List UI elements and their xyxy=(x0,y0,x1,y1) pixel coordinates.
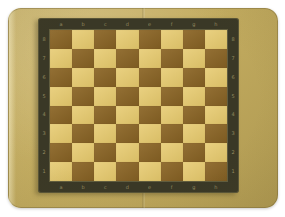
square-c6 xyxy=(94,68,116,87)
square-b7 xyxy=(72,49,94,68)
square-b5 xyxy=(72,87,94,106)
coordinate-label: g xyxy=(183,182,205,192)
coordinate-label: 8 xyxy=(39,30,49,49)
files-top: abcdefgh xyxy=(50,19,227,29)
square-c7 xyxy=(94,49,116,68)
square-d8 xyxy=(116,30,138,49)
coordinate-label: e xyxy=(139,19,161,29)
coordinate-label: 6 xyxy=(228,68,238,87)
coordinate-label: 3 xyxy=(39,124,49,143)
chess-board: abcdefgh abcdefgh 87654321 87654321 xyxy=(8,8,278,208)
coordinate-label: 7 xyxy=(39,49,49,68)
coordinate-label: 7 xyxy=(228,49,238,68)
square-b8 xyxy=(72,30,94,49)
square-g1 xyxy=(183,162,205,181)
square-b4 xyxy=(72,106,94,125)
square-h5 xyxy=(205,87,227,106)
coordinate-label: 1 xyxy=(39,162,49,181)
square-a7 xyxy=(50,49,72,68)
square-h4 xyxy=(205,106,227,125)
square-c3 xyxy=(94,124,116,143)
square-g2 xyxy=(183,143,205,162)
coordinate-label: h xyxy=(205,182,227,192)
square-c8 xyxy=(94,30,116,49)
board-edge-highlight xyxy=(9,10,16,206)
square-e7 xyxy=(139,49,161,68)
square-d5 xyxy=(116,87,138,106)
square-a1 xyxy=(50,162,72,181)
square-b1 xyxy=(72,162,94,181)
coordinate-label: g xyxy=(183,19,205,29)
coordinate-label: a xyxy=(50,19,72,29)
coordinate-label: 4 xyxy=(228,106,238,125)
ranks-right: 87654321 xyxy=(228,30,238,181)
square-g8 xyxy=(183,30,205,49)
square-f1 xyxy=(161,162,183,181)
square-f7 xyxy=(161,49,183,68)
square-d4 xyxy=(116,106,138,125)
product-photo: abcdefgh abcdefgh 87654321 87654321 xyxy=(0,0,285,217)
square-c5 xyxy=(94,87,116,106)
board-grid xyxy=(50,30,227,181)
coordinate-label: f xyxy=(161,182,183,192)
square-d6 xyxy=(116,68,138,87)
square-c2 xyxy=(94,143,116,162)
coordinate-label: 8 xyxy=(228,30,238,49)
square-d3 xyxy=(116,124,138,143)
coordinate-label: f xyxy=(161,19,183,29)
square-b3 xyxy=(72,124,94,143)
coordinate-label: d xyxy=(116,19,138,29)
square-e5 xyxy=(139,87,161,106)
coordinate-label: b xyxy=(72,19,94,29)
square-e3 xyxy=(139,124,161,143)
square-a2 xyxy=(50,143,72,162)
ranks-left: 87654321 xyxy=(39,30,49,181)
square-f3 xyxy=(161,124,183,143)
square-f4 xyxy=(161,106,183,125)
square-g6 xyxy=(183,68,205,87)
coordinate-label: e xyxy=(139,182,161,192)
square-d2 xyxy=(116,143,138,162)
square-f8 xyxy=(161,30,183,49)
square-g3 xyxy=(183,124,205,143)
square-b2 xyxy=(72,143,94,162)
square-f5 xyxy=(161,87,183,106)
square-a6 xyxy=(50,68,72,87)
square-h1 xyxy=(205,162,227,181)
square-e8 xyxy=(139,30,161,49)
files-bottom: abcdefgh xyxy=(50,182,227,192)
square-g4 xyxy=(183,106,205,125)
coordinate-label: 5 xyxy=(228,87,238,106)
square-h6 xyxy=(205,68,227,87)
square-h8 xyxy=(205,30,227,49)
square-a8 xyxy=(50,30,72,49)
square-c4 xyxy=(94,106,116,125)
coordinate-label: c xyxy=(94,19,116,29)
coordinate-label: a xyxy=(50,182,72,192)
square-g7 xyxy=(183,49,205,68)
coordinate-label: 1 xyxy=(228,162,238,181)
square-h7 xyxy=(205,49,227,68)
square-a5 xyxy=(50,87,72,106)
square-f2 xyxy=(161,143,183,162)
coordinate-label: 2 xyxy=(39,143,49,162)
coordinate-label: 6 xyxy=(39,68,49,87)
square-h2 xyxy=(205,143,227,162)
coordinate-label: c xyxy=(94,182,116,192)
board-frame: abcdefgh abcdefgh 87654321 87654321 xyxy=(38,18,239,193)
square-e4 xyxy=(139,106,161,125)
square-a3 xyxy=(50,124,72,143)
square-b6 xyxy=(72,68,94,87)
square-c1 xyxy=(94,162,116,181)
coordinate-label: 2 xyxy=(228,143,238,162)
square-d7 xyxy=(116,49,138,68)
square-d1 xyxy=(116,162,138,181)
square-g5 xyxy=(183,87,205,106)
coordinate-label: 4 xyxy=(39,106,49,125)
square-f6 xyxy=(161,68,183,87)
square-e2 xyxy=(139,143,161,162)
coordinate-label: 5 xyxy=(39,87,49,106)
coordinate-label: h xyxy=(205,19,227,29)
square-e1 xyxy=(139,162,161,181)
square-e6 xyxy=(139,68,161,87)
square-a4 xyxy=(50,106,72,125)
coordinate-label: b xyxy=(72,182,94,192)
coordinate-label: d xyxy=(116,182,138,192)
coordinate-label: 3 xyxy=(228,124,238,143)
square-h3 xyxy=(205,124,227,143)
